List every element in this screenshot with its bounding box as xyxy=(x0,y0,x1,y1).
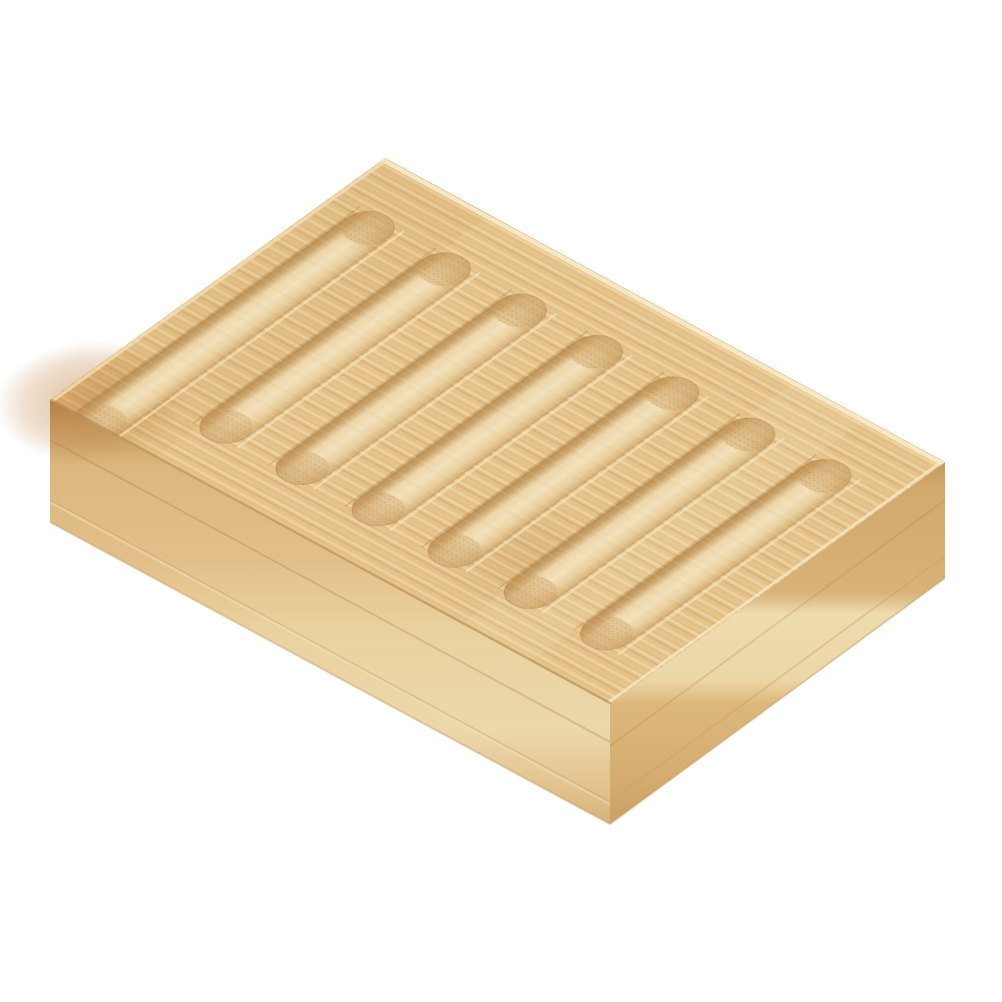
photo-canvas xyxy=(0,0,1002,1002)
product-photo xyxy=(0,0,1002,1002)
